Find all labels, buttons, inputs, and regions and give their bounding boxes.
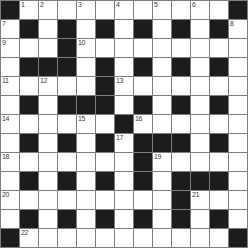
grid-cell[interactable]: [191, 229, 209, 247]
grid-cell[interactable]: [58, 1, 76, 19]
grid-cell[interactable]: [229, 96, 247, 114]
blocked-cell: [210, 96, 228, 114]
grid-cell[interactable]: 22: [20, 229, 38, 247]
clue-number: 15: [78, 115, 85, 123]
grid-cell[interactable]: [115, 20, 133, 38]
grid-cell[interactable]: [96, 191, 114, 209]
grid-cell[interactable]: [172, 77, 190, 95]
grid-cell[interactable]: [229, 77, 247, 95]
grid-cell[interactable]: [210, 1, 228, 19]
grid-cell[interactable]: [39, 96, 57, 114]
blocked-cell: [58, 39, 76, 57]
grid-cell[interactable]: 20: [1, 191, 19, 209]
blocked-cell: [20, 96, 38, 114]
grid-cell[interactable]: [134, 229, 152, 247]
grid-cell[interactable]: [210, 39, 228, 57]
blocked-cell: [172, 96, 190, 114]
grid-cell[interactable]: [39, 229, 57, 247]
blocked-cell: [172, 58, 190, 76]
blocked-cell: [96, 210, 114, 228]
blocked-cell: [210, 58, 228, 76]
grid-cell[interactable]: [39, 115, 57, 133]
grid-cell[interactable]: [77, 20, 95, 38]
blocked-cell: [229, 1, 247, 19]
blocked-cell: [134, 20, 152, 38]
grid-cell[interactable]: [39, 20, 57, 38]
blocked-cell: [58, 58, 76, 76]
blocked-cell: [20, 20, 38, 38]
grid-cell[interactable]: 1: [20, 1, 38, 19]
blocked-cell: [96, 172, 114, 190]
grid-cell[interactable]: [134, 191, 152, 209]
grid-cell[interactable]: [39, 134, 57, 152]
grid-cell[interactable]: [77, 77, 95, 95]
grid-cell[interactable]: [153, 210, 171, 228]
blocked-cell: [134, 153, 152, 171]
grid-cell[interactable]: [39, 172, 57, 190]
clue-number: 19: [154, 153, 161, 161]
blocked-cell: [96, 96, 114, 114]
clue-number: 10: [78, 39, 85, 47]
grid-cell[interactable]: [58, 77, 76, 95]
grid-cell[interactable]: [191, 77, 209, 95]
grid-cell[interactable]: 9: [1, 39, 19, 57]
grid-cell[interactable]: [77, 153, 95, 171]
grid-cell[interactable]: [210, 115, 228, 133]
crossword-grid: 12345678910111213141516171819202122: [0, 0, 248, 248]
clue-number: 6: [192, 1, 196, 9]
blocked-cell: [191, 172, 209, 190]
grid-cell[interactable]: [229, 58, 247, 76]
grid-cell[interactable]: [20, 39, 38, 57]
blocked-cell: [134, 134, 152, 152]
grid-cell[interactable]: [153, 229, 171, 247]
clue-number: 8: [230, 20, 234, 28]
grid-cell[interactable]: [191, 210, 209, 228]
grid-cell[interactable]: [77, 134, 95, 152]
grid-cell[interactable]: [229, 210, 247, 228]
grid-cell[interactable]: [1, 134, 19, 152]
grid-cell[interactable]: 5: [153, 1, 171, 19]
grid-cell[interactable]: [172, 115, 190, 133]
grid-cell[interactable]: [96, 115, 114, 133]
blocked-cell: [58, 96, 76, 114]
blocked-cell: [210, 210, 228, 228]
grid-cell[interactable]: [1, 58, 19, 76]
blocked-cell: [96, 134, 114, 152]
grid-cell[interactable]: 11: [1, 77, 19, 95]
grid-cell[interactable]: [229, 153, 247, 171]
grid-cell[interactable]: [172, 39, 190, 57]
blocked-cell: [210, 172, 228, 190]
clue-number: 16: [135, 115, 142, 123]
grid-cell[interactable]: [172, 229, 190, 247]
blocked-cell: [172, 191, 190, 209]
grid-cell[interactable]: [153, 96, 171, 114]
grid-cell[interactable]: [134, 39, 152, 57]
grid-cell[interactable]: [191, 115, 209, 133]
grid-cell[interactable]: [210, 191, 228, 209]
grid-cell[interactable]: [77, 172, 95, 190]
grid-cell[interactable]: [172, 1, 190, 19]
grid-cell[interactable]: [153, 191, 171, 209]
clue-number: 12: [40, 77, 47, 85]
grid-cell[interactable]: 8: [229, 20, 247, 38]
grid-cell[interactable]: 18: [1, 153, 19, 171]
blocked-cell: [1, 229, 19, 247]
grid-cell[interactable]: [153, 115, 171, 133]
grid-cell[interactable]: [77, 58, 95, 76]
blocked-cell: [134, 172, 152, 190]
blocked-cell: [172, 134, 190, 152]
grid-cell[interactable]: 2: [39, 1, 57, 19]
clue-number: 4: [116, 1, 120, 9]
grid-cell[interactable]: 10: [77, 39, 95, 57]
grid-cell[interactable]: [229, 134, 247, 152]
blocked-cell: [172, 210, 190, 228]
grid-cell[interactable]: [191, 134, 209, 152]
blocked-cell: [58, 20, 76, 38]
clue-number: 13: [116, 77, 123, 85]
blocked-cell: [58, 134, 76, 152]
grid-cell[interactable]: [229, 115, 247, 133]
grid-cell[interactable]: [191, 96, 209, 114]
clue-number: 21: [192, 191, 199, 199]
grid-cell[interactable]: [77, 210, 95, 228]
grid-cell[interactable]: [229, 39, 247, 57]
grid-cell[interactable]: [1, 96, 19, 114]
grid-cell[interactable]: [153, 20, 171, 38]
clue-number: 20: [2, 191, 9, 199]
blocked-cell: [20, 172, 38, 190]
blocked-cell: [96, 58, 114, 76]
blocked-cell: [210, 20, 228, 38]
grid-cell[interactable]: [58, 153, 76, 171]
grid-cell[interactable]: 19: [153, 153, 171, 171]
grid-cell[interactable]: [20, 191, 38, 209]
grid-cell[interactable]: [39, 39, 57, 57]
grid-cell[interactable]: [20, 115, 38, 133]
grid-cell[interactable]: [1, 172, 19, 190]
clue-number: 11: [2, 77, 9, 85]
grid-cell[interactable]: [77, 229, 95, 247]
grid-cell[interactable]: [210, 229, 228, 247]
blocked-cell: [134, 58, 152, 76]
grid-cell[interactable]: [96, 1, 114, 19]
grid-cell[interactable]: [153, 39, 171, 57]
clue-number: 7: [2, 20, 6, 28]
grid-cell[interactable]: [172, 153, 190, 171]
grid-cell[interactable]: 6: [191, 1, 209, 19]
grid-cell[interactable]: [115, 39, 133, 57]
blocked-cell: [20, 210, 38, 228]
grid-cell[interactable]: [191, 153, 209, 171]
grid-cell[interactable]: [115, 96, 133, 114]
grid-cell[interactable]: 4: [115, 1, 133, 19]
grid-cell[interactable]: [210, 77, 228, 95]
clue-number: 14: [2, 115, 9, 123]
grid-cell[interactable]: [134, 1, 152, 19]
blocked-cell: [96, 77, 114, 95]
grid-cell[interactable]: [115, 210, 133, 228]
grid-cell[interactable]: [20, 153, 38, 171]
blocked-cell: [39, 58, 57, 76]
grid-cell[interactable]: 15: [77, 115, 95, 133]
blocked-cell: [134, 96, 152, 114]
clue-number: 1: [21, 1, 25, 9]
grid-cell[interactable]: [191, 20, 209, 38]
grid-cell[interactable]: [115, 58, 133, 76]
blocked-cell: [172, 20, 190, 38]
blocked-cell: [58, 172, 76, 190]
grid-cell[interactable]: 14: [1, 115, 19, 133]
blocked-cell: [20, 134, 38, 152]
clue-number: 9: [2, 39, 6, 47]
clue-number: 5: [154, 1, 158, 9]
blocked-cell: [134, 210, 152, 228]
grid-cell[interactable]: 13: [115, 77, 133, 95]
grid-cell[interactable]: 12: [39, 77, 57, 95]
grid-cell[interactable]: [191, 39, 209, 57]
grid-cell[interactable]: [77, 191, 95, 209]
grid-cell[interactable]: [58, 191, 76, 209]
clue-number: 3: [78, 1, 82, 9]
clue-number: 2: [40, 1, 44, 9]
grid-cell[interactable]: [96, 39, 114, 57]
grid-cell[interactable]: [153, 58, 171, 76]
blocked-cell: [20, 58, 38, 76]
grid-cell[interactable]: [115, 172, 133, 190]
grid-cell[interactable]: [96, 229, 114, 247]
grid-cell[interactable]: [229, 172, 247, 190]
grid-cell[interactable]: [115, 229, 133, 247]
blocked-cell: [172, 172, 190, 190]
grid-cell[interactable]: [96, 153, 114, 171]
blocked-cell: [153, 134, 171, 152]
grid-cell[interactable]: 17: [115, 134, 133, 152]
grid-cell[interactable]: [39, 153, 57, 171]
grid-cell[interactable]: 21: [191, 191, 209, 209]
grid-cell[interactable]: [58, 115, 76, 133]
grid-cell[interactable]: [210, 153, 228, 171]
clue-number: 22: [21, 229, 28, 237]
grid-cell[interactable]: [20, 77, 38, 95]
blocked-cell: [77, 96, 95, 114]
blocked-cell: [1, 1, 19, 19]
grid-cell[interactable]: [115, 191, 133, 209]
grid-cell[interactable]: 3: [77, 1, 95, 19]
blocked-cell: [210, 134, 228, 152]
grid-cell[interactable]: [153, 77, 171, 95]
grid-cell[interactable]: [191, 58, 209, 76]
blocked-cell: [58, 210, 76, 228]
grid-cell[interactable]: [58, 229, 76, 247]
grid-cell[interactable]: 16: [134, 115, 152, 133]
grid-cell[interactable]: [39, 191, 57, 209]
grid-cell[interactable]: [153, 172, 171, 190]
grid-cell[interactable]: 7: [1, 20, 19, 38]
blocked-cell: [229, 229, 247, 247]
blocked-cell: [96, 20, 114, 38]
grid-cell[interactable]: [39, 210, 57, 228]
grid-cell[interactable]: [134, 77, 152, 95]
clue-number: 17: [116, 134, 123, 142]
blocked-cell: [115, 115, 133, 133]
grid-cell[interactable]: [115, 153, 133, 171]
grid-cell[interactable]: [229, 191, 247, 209]
grid-cell[interactable]: [1, 210, 19, 228]
clue-number: 18: [2, 153, 9, 161]
